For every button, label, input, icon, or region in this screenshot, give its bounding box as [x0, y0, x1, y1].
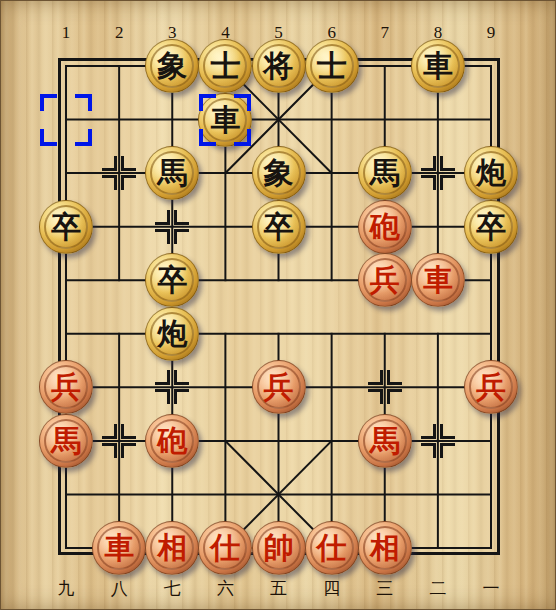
point-marker-corner: [440, 424, 455, 439]
file-label-bottom-1: 九: [58, 577, 75, 600]
file-label-bottom-3: 七: [164, 577, 181, 600]
piece-glyph: 馬: [370, 158, 400, 188]
move-marker-corner: [234, 94, 251, 111]
piece-red-advisor[interactable]: 仕: [198, 521, 252, 575]
piece-red-cannon[interactable]: 砲: [145, 414, 199, 468]
piece-red-elephant[interactable]: 相: [358, 521, 412, 575]
point-marker-corner: [102, 156, 117, 171]
file-label-top-1: 1: [62, 23, 71, 43]
move-marker-corner: [40, 129, 57, 146]
point-marker: [421, 156, 455, 190]
file-label-top-7: 7: [381, 23, 390, 43]
point-marker-corner: [421, 175, 436, 190]
piece-glyph: 士: [210, 51, 240, 81]
piece-black-cannon[interactable]: 炮: [145, 307, 199, 361]
piece-glyph: 兵: [476, 372, 506, 402]
piece-red-horse[interactable]: 馬: [358, 414, 412, 468]
point-marker-corner: [368, 389, 383, 404]
point-marker-corner: [121, 424, 136, 439]
file-label-bottom-6: 四: [323, 577, 340, 600]
file-label-bottom-2: 八: [111, 577, 128, 600]
file-label-bottom-7: 三: [376, 577, 393, 600]
piece-red-soldier[interactable]: 兵: [358, 253, 412, 307]
piece-glyph: 車: [423, 51, 453, 81]
file-label-bottom-5: 五: [270, 577, 287, 600]
piece-glyph: 馬: [370, 426, 400, 456]
piece-glyph: 兵: [51, 372, 81, 402]
piece-black-elephant[interactable]: 象: [252, 146, 306, 200]
point-marker-corner: [421, 156, 436, 171]
piece-glyph: 砲: [157, 426, 187, 456]
piece-red-soldier[interactable]: 兵: [39, 360, 93, 414]
point-marker: [421, 424, 455, 458]
piece-glyph: 将: [264, 51, 294, 81]
move-marker-corner: [199, 129, 216, 146]
point-marker-corner: [174, 370, 189, 385]
point-marker-corner: [440, 175, 455, 190]
piece-black-horse[interactable]: 馬: [358, 146, 412, 200]
point-marker-corner: [421, 424, 436, 439]
point-marker-corner: [174, 229, 189, 244]
piece-red-elephant[interactable]: 相: [145, 521, 199, 575]
piece-glyph: 砲: [370, 212, 400, 242]
file-label-top-2: 2: [115, 23, 124, 43]
piece-glyph: 相: [157, 533, 187, 563]
piece-glyph: 卒: [264, 212, 294, 242]
piece-glyph: 帥: [264, 533, 294, 563]
piece-glyph: 馬: [51, 426, 81, 456]
point-marker-corner: [121, 175, 136, 190]
piece-glyph: 卒: [157, 265, 187, 295]
piece-red-advisor[interactable]: 仕: [305, 521, 359, 575]
point-marker-corner: [421, 443, 436, 458]
point-marker-corner: [102, 443, 117, 458]
point-marker-corner: [174, 210, 189, 225]
piece-red-chariot[interactable]: 車: [411, 253, 465, 307]
piece-glyph: 仕: [317, 533, 347, 563]
piece-red-general[interactable]: 帥: [252, 521, 306, 575]
point-marker-corner: [387, 389, 402, 404]
piece-black-horse[interactable]: 馬: [145, 146, 199, 200]
point-marker-corner: [155, 370, 170, 385]
point-marker-corner: [121, 156, 136, 171]
piece-glyph: 象: [157, 51, 187, 81]
piece-black-soldier[interactable]: 卒: [39, 200, 93, 254]
file-label-top-9: 9: [487, 23, 496, 43]
move-marker-corner: [75, 129, 92, 146]
point-marker: [155, 370, 189, 404]
piece-red-soldier[interactable]: 兵: [252, 360, 306, 414]
last-move-to-marker: [199, 94, 251, 146]
file-label-bottom-9: 一: [483, 577, 500, 600]
piece-glyph: 相: [370, 533, 400, 563]
piece-black-soldier[interactable]: 卒: [464, 200, 518, 254]
xiangqi-board[interactable]: 123456789 九八七六五四三二一 象士将士車車馬象馬炮卒卒卒卒炮砲兵車兵兵…: [0, 0, 556, 610]
piece-red-chariot[interactable]: 車: [92, 521, 146, 575]
piece-red-soldier[interactable]: 兵: [464, 360, 518, 414]
point-marker: [155, 210, 189, 244]
piece-black-advisor[interactable]: 士: [198, 39, 252, 93]
piece-black-advisor[interactable]: 士: [305, 39, 359, 93]
point-marker: [102, 156, 136, 190]
point-marker: [102, 424, 136, 458]
piece-black-soldier[interactable]: 卒: [145, 253, 199, 307]
point-marker-corner: [121, 443, 136, 458]
piece-red-cannon[interactable]: 砲: [358, 200, 412, 254]
piece-glyph: 炮: [476, 158, 506, 188]
piece-glyph: 馬: [157, 158, 187, 188]
piece-glyph: 車: [104, 533, 134, 563]
point-marker-corner: [440, 443, 455, 458]
point-marker-corner: [174, 389, 189, 404]
piece-glyph: 炮: [157, 319, 187, 349]
move-marker-corner: [234, 129, 251, 146]
point-marker-corner: [440, 156, 455, 171]
piece-black-chariot[interactable]: 車: [411, 39, 465, 93]
point-marker-corner: [368, 370, 383, 385]
point-marker-corner: [155, 389, 170, 404]
piece-black-cannon[interactable]: 炮: [464, 146, 518, 200]
piece-glyph: 士: [317, 51, 347, 81]
point-marker-corner: [102, 175, 117, 190]
point-marker-corner: [387, 370, 402, 385]
file-label-bottom-8: 二: [429, 577, 446, 600]
piece-black-soldier[interactable]: 卒: [252, 200, 306, 254]
move-marker-corner: [199, 94, 216, 111]
piece-black-elephant[interactable]: 象: [145, 39, 199, 93]
last-move-from-marker: [40, 94, 92, 146]
file-label-bottom-4: 六: [217, 577, 234, 600]
piece-glyph: 仕: [210, 533, 240, 563]
piece-glyph: 象: [264, 158, 294, 188]
piece-glyph: 卒: [476, 212, 506, 242]
piece-glyph: 卒: [51, 212, 81, 242]
move-marker-corner: [40, 94, 57, 111]
point-marker-corner: [155, 210, 170, 225]
point-marker: [368, 370, 402, 404]
piece-glyph: 車: [423, 265, 453, 295]
point-marker-corner: [155, 229, 170, 244]
move-marker-corner: [75, 94, 92, 111]
piece-glyph: 兵: [264, 372, 294, 402]
point-marker-corner: [102, 424, 117, 439]
piece-black-general[interactable]: 将: [252, 39, 306, 93]
piece-glyph: 兵: [370, 265, 400, 295]
piece-red-horse[interactable]: 馬: [39, 414, 93, 468]
